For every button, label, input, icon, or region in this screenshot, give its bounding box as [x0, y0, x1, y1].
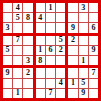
cell-r5c3[interactable] [23, 46, 32, 55]
box-4: 753 [3, 36, 33, 66]
cell-r6c1[interactable] [3, 56, 12, 65]
cell-r1c4[interactable] [36, 3, 45, 12]
cell-r3c8[interactable] [79, 23, 88, 32]
sudoku-board: 45831439675351628291921477159 [0, 0, 101, 101]
cell-r8c7[interactable]: 1 [68, 79, 77, 88]
cell-r3c2[interactable] [13, 23, 22, 32]
cell-r6c6[interactable] [56, 56, 65, 65]
cell-r8c4[interactable] [36, 79, 45, 88]
cell-r3c6[interactable] [56, 23, 65, 32]
cell-r6c9[interactable] [89, 56, 98, 65]
cell-r9c9[interactable] [89, 89, 98, 98]
cell-r9c3[interactable] [23, 89, 32, 98]
cell-r4c3[interactable] [23, 36, 32, 45]
cell-r1c2[interactable]: 4 [13, 3, 22, 12]
cell-r7c4[interactable] [36, 68, 45, 77]
cell-r7c2[interactable] [13, 68, 22, 77]
box-7: 921 [3, 68, 33, 98]
cell-r3c9[interactable]: 6 [89, 23, 98, 32]
cell-r6c7[interactable] [68, 56, 77, 65]
cell-r7c7[interactable] [68, 68, 77, 77]
cell-r5c8[interactable] [79, 46, 88, 55]
cell-r2c7[interactable] [68, 13, 77, 22]
cell-r7c3[interactable]: 2 [23, 68, 32, 77]
box-1: 4583 [3, 3, 33, 33]
cell-r5c6[interactable]: 2 [56, 46, 65, 55]
cell-r6c4[interactable]: 8 [36, 56, 45, 65]
cell-r2c9[interactable] [89, 13, 98, 22]
cell-r9c7[interactable] [68, 89, 77, 98]
cell-r8c3[interactable] [23, 79, 32, 88]
cell-r6c5[interactable] [46, 56, 55, 65]
cell-r9c2[interactable]: 1 [13, 89, 22, 98]
cell-r2c8[interactable] [79, 13, 88, 22]
cell-r4c1[interactable] [3, 36, 12, 45]
cell-r4c5[interactable] [46, 36, 55, 45]
box-5: 51628 [36, 36, 66, 66]
cell-r7c1[interactable]: 9 [3, 68, 12, 77]
cell-r8c5[interactable] [46, 79, 55, 88]
cell-r6c8[interactable]: 1 [79, 56, 88, 65]
cell-r1c3[interactable] [23, 3, 32, 12]
cell-r8c2[interactable] [13, 79, 22, 88]
box-9: 7159 [68, 68, 98, 98]
cell-r4c7[interactable]: 2 [68, 36, 77, 45]
cell-r1c9[interactable] [89, 3, 98, 12]
cell-r4c8[interactable] [79, 36, 88, 45]
cell-r5c1[interactable]: 5 [3, 46, 12, 55]
cell-r9c8[interactable]: 9 [79, 89, 88, 98]
cell-r9c4[interactable] [36, 89, 45, 98]
cell-r5c9[interactable]: 9 [89, 46, 98, 55]
cell-r1c7[interactable] [68, 3, 77, 12]
cell-r2c1[interactable] [3, 13, 12, 22]
cell-r5c5[interactable]: 6 [46, 46, 55, 55]
box-8: 47 [36, 68, 66, 98]
cell-r2c2[interactable]: 5 [13, 13, 22, 22]
cell-r3c1[interactable]: 3 [3, 23, 12, 32]
cell-r1c6[interactable] [56, 3, 65, 12]
cell-r1c5[interactable]: 1 [46, 3, 55, 12]
cell-r3c5[interactable] [46, 23, 55, 32]
cell-r6c2[interactable] [13, 56, 22, 65]
cell-r7c8[interactable] [79, 68, 88, 77]
cell-r4c9[interactable] [89, 36, 98, 45]
cell-r8c6[interactable]: 4 [56, 79, 65, 88]
cell-r3c3[interactable] [23, 23, 32, 32]
box-3: 396 [68, 3, 98, 33]
cell-r8c8[interactable]: 5 [79, 79, 88, 88]
cell-r2c5[interactable] [46, 13, 55, 22]
cell-r1c8[interactable]: 3 [79, 3, 88, 12]
cell-r4c4[interactable] [36, 36, 45, 45]
box-6: 291 [68, 36, 98, 66]
cell-r7c6[interactable] [56, 68, 65, 77]
cell-r2c3[interactable]: 8 [23, 13, 32, 22]
box-2: 14 [36, 3, 66, 33]
cell-r5c4[interactable]: 1 [36, 46, 45, 55]
cell-r1c1[interactable] [3, 3, 12, 12]
cell-r8c9[interactable] [89, 79, 98, 88]
cell-r9c6[interactable] [56, 89, 65, 98]
cell-r5c2[interactable] [13, 46, 22, 55]
cell-r7c9[interactable]: 7 [89, 68, 98, 77]
cell-r4c6[interactable]: 5 [56, 36, 65, 45]
cell-r3c4[interactable] [36, 23, 45, 32]
cell-r2c4[interactable]: 4 [36, 13, 45, 22]
cell-r7c5[interactable] [46, 68, 55, 77]
cell-r4c2[interactable]: 7 [13, 36, 22, 45]
cell-r6c3[interactable]: 3 [23, 56, 32, 65]
cell-r9c1[interactable] [3, 89, 12, 98]
cell-r2c6[interactable] [56, 13, 65, 22]
cell-r5c7[interactable] [68, 46, 77, 55]
cell-r9c5[interactable]: 7 [46, 89, 55, 98]
cell-r8c1[interactable] [3, 79, 12, 88]
cell-r3c7[interactable]: 9 [68, 23, 77, 32]
